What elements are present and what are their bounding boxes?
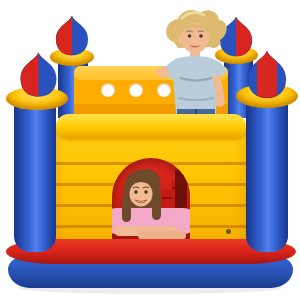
tower-onion-dome (242, 50, 292, 100)
tower-onion-dome (15, 51, 62, 99)
porthole (129, 83, 143, 97)
photo-caption: Studio product photo on a white backgrou… (0, 0, 1, 1)
air-valve (226, 229, 231, 234)
tower-column (246, 96, 288, 252)
tower-column (14, 96, 56, 252)
front-wall-top-tube (56, 114, 246, 139)
boy (148, 6, 234, 118)
girl-arms-crossed (114, 226, 186, 240)
girl-face (129, 180, 153, 207)
porthole (101, 83, 115, 97)
doorway-arch (112, 158, 190, 242)
girl (112, 158, 190, 242)
bounce-house-photo: Studio product photo on a white backgrou… (0, 0, 300, 300)
